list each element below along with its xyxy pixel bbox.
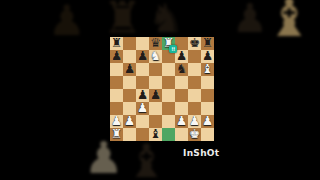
square-b2[interactable]: ♟ [123,115,136,128]
brilliant-move-badge: !! [169,45,177,53]
square-a5[interactable] [110,76,123,89]
piece-white-pawn: ♟ [175,115,188,128]
piece-black-pawn: ♟ [136,50,149,63]
square-b8[interactable] [123,37,136,50]
background-bishop-icon: ♝ [126,138,167,180]
square-c7[interactable]: ♟ [136,50,149,63]
square-e6[interactable] [162,63,175,76]
square-d4[interactable]: ♟ [149,89,162,102]
piece-black-knight: ♞ [175,63,188,76]
square-h2[interactable]: ♟ [201,115,214,128]
background-pawn-icon: ♟ [232,0,268,38]
square-e1[interactable] [162,128,175,141]
video-frame: ♟♜♞♟♝♟♝ ♜♛♜♚♜♟♟♞♟♟♟♞♝♟♟♟♟♟♟♟♟♜♝♚ !! InSh… [0,0,320,180]
piece-white-rook: ♜ [110,128,123,141]
piece-white-pawn: ♟ [201,115,214,128]
square-a1[interactable]: ♜ [110,128,123,141]
square-e5[interactable] [162,76,175,89]
square-c6[interactable] [136,63,149,76]
inshot-watermark: InShOt [183,148,219,158]
square-g8[interactable]: ♚ [188,37,201,50]
square-h5[interactable] [201,76,214,89]
square-g7[interactable] [188,50,201,63]
square-h1[interactable] [201,128,214,141]
square-g5[interactable] [188,76,201,89]
square-e3[interactable] [162,102,175,115]
square-g6[interactable] [188,63,201,76]
square-d3[interactable] [149,102,162,115]
square-a4[interactable] [110,89,123,102]
square-f2[interactable]: ♟ [175,115,188,128]
square-h4[interactable] [201,89,214,102]
piece-black-pawn: ♟ [110,50,123,63]
square-g1[interactable]: ♚ [188,128,201,141]
square-c2[interactable] [136,115,149,128]
square-a6[interactable] [110,63,123,76]
square-e2[interactable] [162,115,175,128]
square-f5[interactable] [175,76,188,89]
square-f1[interactable] [175,128,188,141]
square-d1[interactable]: ♝ [149,128,162,141]
square-f4[interactable] [175,89,188,102]
piece-black-pawn: ♟ [149,89,162,102]
square-c3[interactable]: ♟ [136,102,149,115]
piece-white-bishop: ♝ [201,63,214,76]
chess-board: ♜♛♜♚♜♟♟♞♟♟♟♞♝♟♟♟♟♟♟♟♟♜♝♚ [110,37,214,141]
square-f6[interactable]: ♞ [175,63,188,76]
square-d6[interactable] [149,63,162,76]
square-b5[interactable] [123,76,136,89]
background-pawn-icon: ♟ [84,136,123,180]
square-b1[interactable] [123,128,136,141]
piece-white-pawn: ♟ [123,115,136,128]
square-g4[interactable] [188,89,201,102]
square-c1[interactable] [136,128,149,141]
piece-black-pawn: ♟ [123,63,136,76]
background-rook-icon: ♜ [103,0,142,40]
square-b6[interactable]: ♟ [123,63,136,76]
square-e4[interactable] [162,89,175,102]
background-pawn-icon: ♟ [48,0,86,42]
background-bishop-icon: ♝ [266,0,313,44]
piece-black-bishop: ♝ [149,128,162,141]
piece-white-king: ♚ [188,128,201,141]
square-a7[interactable]: ♟ [110,50,123,63]
piece-white-pawn: ♟ [136,102,149,115]
background-knight-icon: ♞ [148,0,184,38]
square-h6[interactable]: ♝ [201,63,214,76]
piece-black-king: ♚ [188,37,201,50]
piece-white-knight: ♞ [149,50,162,63]
square-b4[interactable] [123,89,136,102]
square-d7[interactable]: ♞ [149,50,162,63]
